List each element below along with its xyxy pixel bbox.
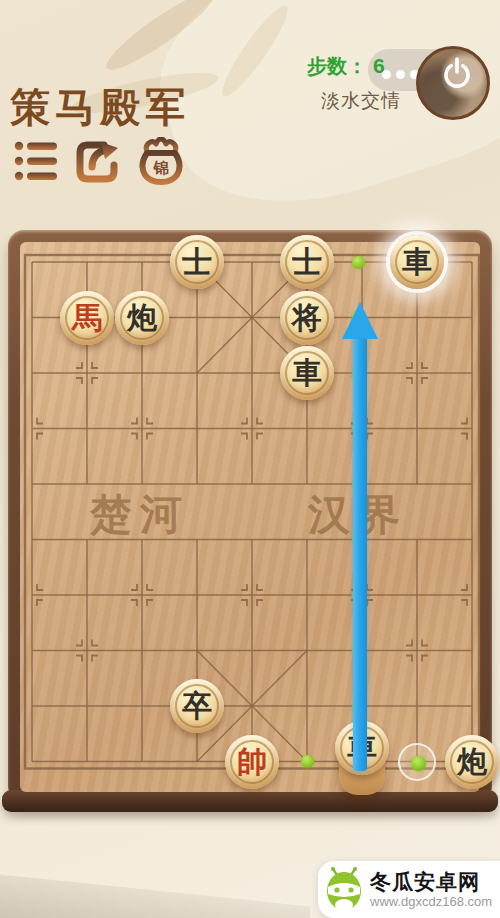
watermark-title: 冬瓜安卓网 (370, 870, 492, 894)
river-label-left: 楚河 (90, 487, 190, 543)
piece-卒-black[interactable]: 卒 (170, 679, 224, 733)
board-ledge (2, 790, 498, 812)
piece-炮-black[interactable]: 炮 (445, 735, 499, 789)
watermark-url: www.dgxcdz168.com (370, 894, 492, 909)
river-label-right: 汉界 (308, 487, 408, 543)
share-icon (74, 137, 122, 185)
power-icon[interactable] (439, 55, 475, 91)
steps-label: 步数： (307, 55, 367, 77)
coin-purse-button[interactable]: 锦 (136, 137, 184, 185)
piece-炮-black[interactable]: 炮 (115, 291, 169, 345)
share-button[interactable] (74, 137, 122, 185)
avatar-button[interactable] (416, 46, 490, 120)
piece-士-black[interactable]: 士 (170, 235, 224, 289)
background-wedge (0, 860, 310, 918)
app-screen: 策马殿军 锦 (0, 0, 500, 918)
steps-counter: 步数：6 (307, 53, 385, 80)
piece-帥-red[interactable]: 帥 (225, 735, 279, 789)
piece-馬-red[interactable]: 馬 (60, 291, 114, 345)
android-icon (324, 867, 364, 913)
puzzle-title: 策马殿军 (10, 80, 190, 135)
watermark: 冬瓜安卓网 www.dgxcdz168.com (318, 861, 500, 918)
piece-車-black[interactable]: 車 (335, 721, 389, 775)
piece-車-black[interactable]: 車 (390, 235, 444, 289)
piece-士-black[interactable]: 士 (280, 235, 334, 289)
player-name: 淡水交情 (321, 88, 401, 114)
piece-将-black[interactable]: 将 (280, 291, 334, 345)
steps-value: 6 (373, 54, 385, 77)
dot-icon (396, 70, 405, 79)
list-icon (12, 137, 60, 185)
coin-purse-icon: 锦 (136, 137, 186, 185)
purse-char: 锦 (153, 159, 169, 176)
toolbar: 锦 (12, 137, 184, 185)
list-button[interactable] (12, 137, 60, 185)
piece-車-black[interactable]: 車 (280, 346, 334, 400)
